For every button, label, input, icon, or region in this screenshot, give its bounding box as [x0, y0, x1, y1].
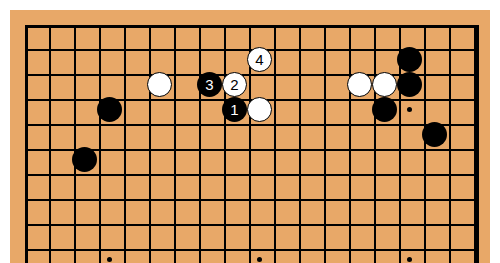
stone-move-1: 1: [222, 97, 247, 122]
go-board: 1234: [10, 10, 490, 263]
stone-white: [247, 97, 272, 122]
stone-black: [372, 97, 397, 122]
stone-white: [147, 72, 172, 97]
stone-black: [97, 97, 122, 122]
stone-white: [347, 72, 372, 97]
stone-move-3: 3: [197, 72, 222, 97]
stones-layer: 1234: [22, 22, 490, 263]
stone-move-4: 4: [247, 47, 272, 72]
stone-black: [422, 122, 447, 147]
stone-black: [397, 47, 422, 72]
page: 1234: [0, 0, 500, 263]
stone-white: [372, 72, 397, 97]
stone-move-2: 2: [222, 72, 247, 97]
stone-black: [397, 72, 422, 97]
stone-black: [72, 147, 97, 172]
